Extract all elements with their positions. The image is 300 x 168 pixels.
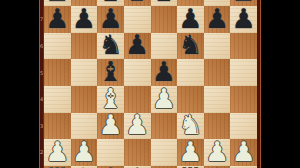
piece-white-knight[interactable]: ♞ xyxy=(72,165,96,168)
square-h6[interactable] xyxy=(230,33,257,60)
piece-white-pawn[interactable]: ♟ xyxy=(45,138,69,165)
square-g5[interactable] xyxy=(204,59,231,86)
piece-white-bishop[interactable]: ♝ xyxy=(98,165,122,168)
square-d6[interactable]: ♟ xyxy=(124,33,151,60)
piece-black-pawn[interactable]: ♟ xyxy=(178,5,202,32)
piece-black-pawn[interactable]: ♟ xyxy=(45,5,69,32)
square-a6[interactable] xyxy=(44,33,71,60)
piece-white-knight[interactable]: ♞ xyxy=(178,111,202,138)
square-d5[interactable] xyxy=(124,59,151,86)
square-g4[interactable] xyxy=(204,86,231,113)
piece-white-rook[interactable]: ♜ xyxy=(178,165,202,168)
square-b6[interactable] xyxy=(71,33,98,60)
square-f5[interactable] xyxy=(177,59,204,86)
piece-white-pawn[interactable]: ♟ xyxy=(178,138,202,165)
square-c5[interactable]: ♝ xyxy=(97,59,124,86)
square-e3[interactable] xyxy=(151,113,178,140)
piece-black-queen[interactable]: ♛ xyxy=(125,0,149,5)
piece-white-rook[interactable]: ♜ xyxy=(45,165,69,168)
square-h4[interactable] xyxy=(230,86,257,113)
square-a1[interactable]: ♜ xyxy=(44,166,71,168)
square-a2[interactable]: ♟ xyxy=(44,139,71,166)
square-d3[interactable]: ♟ xyxy=(124,113,151,140)
square-b5[interactable] xyxy=(71,59,98,86)
square-b7[interactable]: ♟ xyxy=(71,6,98,33)
piece-white-pawn[interactable]: ♟ xyxy=(72,138,96,165)
piece-white-pawn[interactable]: ♟ xyxy=(205,138,229,165)
square-f1[interactable]: ♜ xyxy=(177,166,204,168)
piece-white-pawn[interactable]: ♟ xyxy=(125,111,149,138)
square-e1[interactable] xyxy=(151,166,178,168)
chess-board: ♜♝♛♚♜♟♟♟♟♟♟♞♟♞♝♟♝♟♟♟♞♟♟♟♟♟♜♞♝♛♜♚ xyxy=(44,0,257,168)
square-b2[interactable]: ♟ xyxy=(71,139,98,166)
piece-black-king[interactable]: ♚ xyxy=(152,0,176,5)
piece-black-pawn[interactable]: ♟ xyxy=(98,5,122,32)
square-e2[interactable] xyxy=(151,139,178,166)
piece-white-queen[interactable]: ♛ xyxy=(125,165,149,168)
square-g7[interactable]: ♟ xyxy=(204,6,231,33)
square-a7[interactable]: ♟ xyxy=(44,6,71,33)
square-d2[interactable] xyxy=(124,139,151,166)
square-e5[interactable]: ♟ xyxy=(151,59,178,86)
square-a4[interactable] xyxy=(44,86,71,113)
square-g6[interactable] xyxy=(204,33,231,60)
piece-white-king[interactable]: ♚ xyxy=(205,165,229,168)
square-g2[interactable]: ♟ xyxy=(204,139,231,166)
piece-white-pawn[interactable]: ♟ xyxy=(152,85,176,112)
square-h5[interactable] xyxy=(230,59,257,86)
piece-black-pawn[interactable]: ♟ xyxy=(125,31,149,58)
piece-white-bishop[interactable]: ♝ xyxy=(98,85,122,112)
piece-black-pawn[interactable]: ♟ xyxy=(152,58,176,85)
square-c1[interactable]: ♝ xyxy=(97,166,124,168)
piece-black-knight[interactable]: ♞ xyxy=(178,31,202,58)
square-e7[interactable] xyxy=(151,6,178,33)
piece-black-pawn[interactable]: ♟ xyxy=(72,5,96,32)
square-b1[interactable]: ♞ xyxy=(71,166,98,168)
piece-black-knight[interactable]: ♞ xyxy=(98,31,122,58)
square-e4[interactable]: ♟ xyxy=(151,86,178,113)
chess-video-frame: ♜♝♛♚♜♟♟♟♟♟♟♞♟♞♝♟♝♟♟♟♞♟♟♟♟♟♜♞♝♛♜♚ 8765432… xyxy=(0,0,300,168)
square-g1[interactable]: ♚ xyxy=(204,166,231,168)
square-f2[interactable]: ♟ xyxy=(177,139,204,166)
square-a5[interactable] xyxy=(44,59,71,86)
piece-white-pawn[interactable]: ♟ xyxy=(232,138,256,165)
square-b4[interactable] xyxy=(71,86,98,113)
square-c2[interactable] xyxy=(97,139,124,166)
square-h7[interactable]: ♟ xyxy=(230,6,257,33)
square-f6[interactable]: ♞ xyxy=(177,33,204,60)
square-c3[interactable]: ♟ xyxy=(97,113,124,140)
square-h2[interactable]: ♟ xyxy=(230,139,257,166)
piece-black-pawn[interactable]: ♟ xyxy=(232,5,256,32)
square-d1[interactable]: ♛ xyxy=(124,166,151,168)
piece-black-bishop[interactable]: ♝ xyxy=(98,58,122,85)
square-h1[interactable] xyxy=(230,166,257,168)
piece-black-pawn[interactable]: ♟ xyxy=(205,5,229,32)
piece-white-pawn[interactable]: ♟ xyxy=(98,111,122,138)
